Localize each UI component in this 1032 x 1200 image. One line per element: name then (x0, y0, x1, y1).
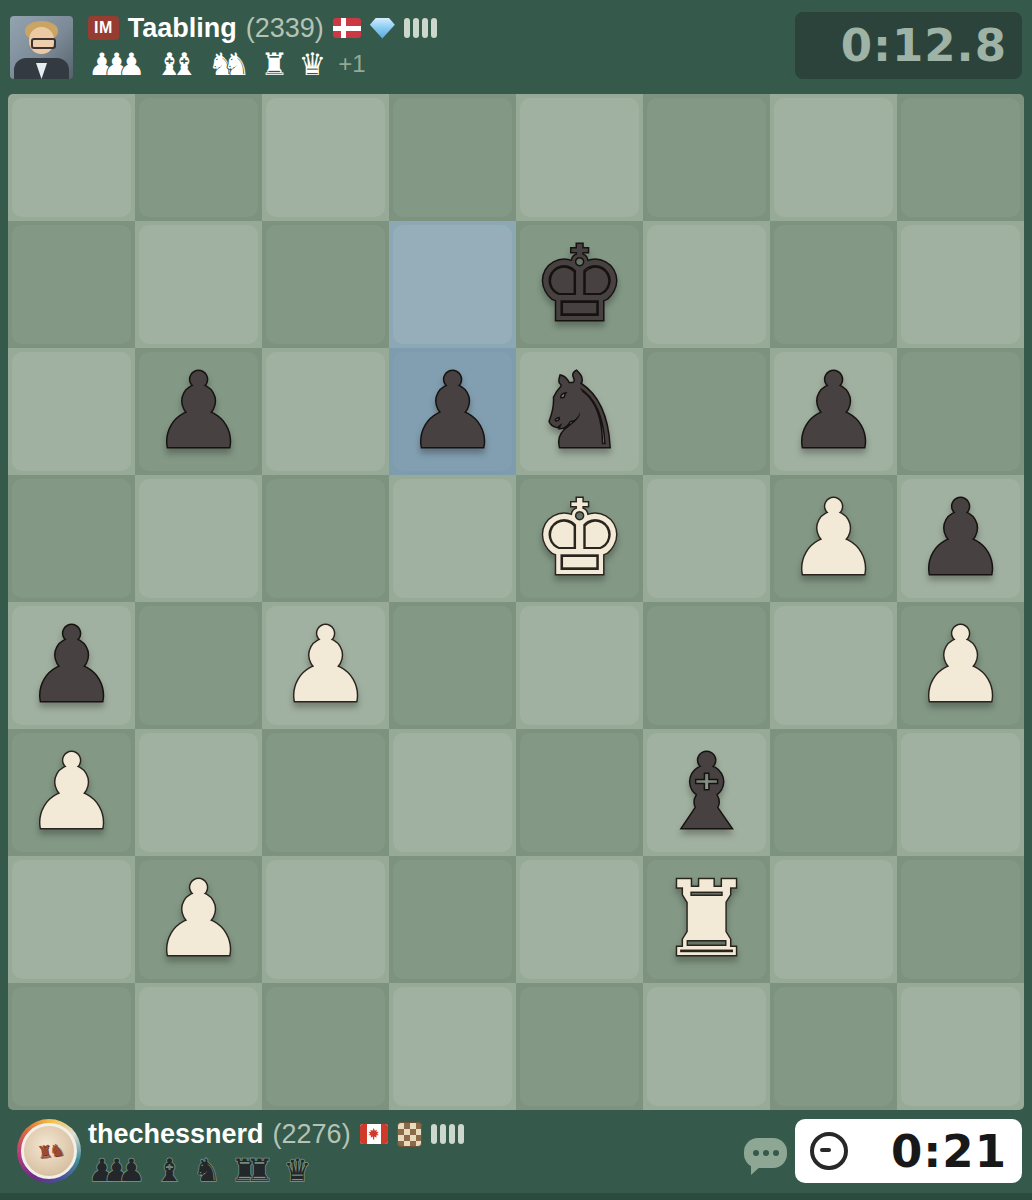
square-g1[interactable] (770, 983, 897, 1110)
captured-black-knight-icon: ♞ (193, 1153, 221, 1187)
square-b2[interactable]: ♟ (135, 856, 262, 983)
square-f3[interactable]: ♝ (643, 729, 770, 856)
captured-black-bishop-icon: ♝ (155, 1153, 183, 1187)
captured-rook-group: ♜♜ (231, 1153, 274, 1187)
square-f7[interactable] (643, 221, 770, 348)
player-clock: 0:21 (795, 1119, 1022, 1183)
captured-rook-group: ♜ (261, 47, 289, 81)
captured-queen-group: ♛ (298, 47, 326, 81)
connection-strength-icon (431, 1124, 464, 1144)
opponent-clock-time: 0:12.8 (841, 19, 1022, 72)
square-a8[interactable] (8, 94, 135, 221)
square-e4[interactable] (516, 602, 643, 729)
captured-white-knight-icon: ♞ (223, 47, 251, 81)
square-e7[interactable]: ♚ (516, 221, 643, 348)
black-knight-e6[interactable]: ♞ (516, 348, 643, 475)
square-a3[interactable]: ♟ (8, 729, 135, 856)
white-pawn-g5[interactable]: ♟ (770, 475, 897, 602)
square-g8[interactable] (770, 94, 897, 221)
square-f6[interactable] (643, 348, 770, 475)
square-c3[interactable] (262, 729, 389, 856)
square-b3[interactable] (135, 729, 262, 856)
captured-white-bishop-icon: ♝ (170, 47, 198, 81)
captured-black-pieces: ♟♟♟♝♞♜♜♛ (88, 1153, 464, 1187)
material-advantage-badge: +1 (338, 50, 365, 78)
square-e8[interactable] (516, 94, 643, 221)
square-a2[interactable] (8, 856, 135, 983)
square-d4[interactable] (389, 602, 516, 729)
square-g2[interactable] (770, 856, 897, 983)
square-d6[interactable]: ♟ (389, 348, 516, 475)
square-b8[interactable] (135, 94, 262, 221)
connection-strength-icon (404, 18, 437, 38)
captured-black-queen-icon: ♛ (284, 1153, 312, 1187)
black-pawn-a4[interactable]: ♟ (8, 602, 135, 729)
square-e5[interactable]: ♚ (516, 475, 643, 602)
square-h6[interactable] (897, 348, 1024, 475)
captured-pawn-group: ♟♟♟ (88, 1153, 145, 1187)
square-c5[interactable] (262, 475, 389, 602)
board-area: ♚♟♟♞♟♚♟♟♟♟♟♟♝♟♜ (0, 94, 1032, 1110)
square-b5[interactable] (135, 475, 262, 602)
square-a4[interactable]: ♟ (8, 602, 135, 729)
captured-bishop-group: ♝ (155, 1153, 183, 1187)
square-d7[interactable] (389, 221, 516, 348)
square-c8[interactable] (262, 94, 389, 221)
square-b7[interactable] (135, 221, 262, 348)
square-a6[interactable] (8, 348, 135, 475)
square-f2[interactable]: ♜ (643, 856, 770, 983)
square-a5[interactable] (8, 475, 135, 602)
captured-white-pawn-icon: ♟ (118, 47, 146, 81)
captured-queen-group: ♛ (284, 1153, 312, 1187)
square-h8[interactable] (897, 94, 1024, 221)
white-pawn-c4[interactable]: ♟ (262, 602, 389, 729)
square-h3[interactable] (897, 729, 1024, 856)
square-e3[interactable] (516, 729, 643, 856)
captured-white-pieces: ♟♟♟♝♝♞♞♜♛+1 (88, 47, 437, 81)
white-rook-f2[interactable]: ♜ (643, 856, 770, 983)
square-g6[interactable]: ♟ (770, 348, 897, 475)
captured-knight-group: ♞♞ (208, 47, 251, 81)
square-g3[interactable] (770, 729, 897, 856)
avatar-chess-art: ♜♞ (35, 1139, 62, 1162)
square-h5[interactable]: ♟ (897, 475, 1024, 602)
square-e2[interactable] (516, 856, 643, 983)
black-pawn-b6[interactable]: ♟ (135, 348, 262, 475)
square-b4[interactable] (135, 602, 262, 729)
square-h4[interactable]: ♟ (897, 602, 1024, 729)
denmark-flag-icon (333, 18, 361, 38)
square-b6[interactable]: ♟ (135, 348, 262, 475)
square-d2[interactable] (389, 856, 516, 983)
chat-bubble-icon[interactable] (744, 1138, 787, 1168)
square-c4[interactable]: ♟ (262, 602, 389, 729)
square-g5[interactable]: ♟ (770, 475, 897, 602)
captured-black-pawn-icon: ♟ (118, 1153, 146, 1187)
square-b1[interactable] (135, 983, 262, 1110)
black-pawn-g6[interactable]: ♟ (770, 348, 897, 475)
diamond-membership-icon (370, 18, 395, 39)
opponent-clock: 0:12.8 (795, 12, 1022, 79)
square-f5[interactable] (643, 475, 770, 602)
square-h7[interactable] (897, 221, 1024, 348)
square-d8[interactable] (389, 94, 516, 221)
square-d5[interactable] (389, 475, 516, 602)
black-king-e7[interactable]: ♚ (516, 221, 643, 348)
white-pawn-h4[interactable]: ♟ (897, 602, 1024, 729)
square-d3[interactable] (389, 729, 516, 856)
captured-white-rook-icon: ♜ (261, 47, 289, 81)
opponent-avatar[interactable] (10, 16, 73, 79)
opponent-rating: (2339) (246, 13, 324, 44)
captured-white-queen-icon: ♛ (298, 47, 326, 81)
square-e1[interactable] (516, 983, 643, 1110)
chess-game-screen: IM Taabling (2339) ♟♟♟♝♝♞♞♜♛+1 0:12.8 ♚♟… (0, 0, 1032, 1200)
square-e6[interactable]: ♞ (516, 348, 643, 475)
captured-black-rook-icon: ♜ (246, 1153, 274, 1187)
maple-leaf-icon (368, 1128, 380, 1140)
square-c1[interactable] (262, 983, 389, 1110)
square-f8[interactable] (643, 94, 770, 221)
square-c7[interactable] (262, 221, 389, 348)
captured-knight-group: ♞ (193, 1153, 221, 1187)
checkerboard-badge-icon (397, 1122, 422, 1147)
square-c6[interactable] (262, 348, 389, 475)
glasses-icon (31, 38, 56, 49)
canada-flag-icon (360, 1124, 388, 1144)
square-g4[interactable] (770, 602, 897, 729)
player-username[interactable]: thechessnerd (88, 1119, 264, 1150)
square-h1[interactable] (897, 983, 1024, 1110)
square-a1[interactable] (8, 983, 135, 1110)
white-pawn-b2[interactable]: ♟ (135, 856, 262, 983)
captured-pawn-group: ♟♟♟ (88, 47, 145, 81)
square-c2[interactable] (262, 856, 389, 983)
square-g7[interactable] (770, 221, 897, 348)
square-f4[interactable] (643, 602, 770, 729)
square-a7[interactable] (8, 221, 135, 348)
player-bar: ♜♞ thechessnerd (2276) ♟♟♟♝♞♜♜♛ 0:21 (0, 1110, 1032, 1200)
black-bishop-f3[interactable]: ♝ (643, 729, 770, 856)
white-king-e5[interactable]: ♚ (516, 475, 643, 602)
opponent-username[interactable]: Taabling (128, 13, 237, 44)
black-pawn-h5[interactable]: ♟ (897, 475, 1024, 602)
opponent-player-bar: IM Taabling (2339) ♟♟♟♝♝♞♞♜♛+1 0:12.8 (0, 0, 1032, 94)
chess-board[interactable]: ♚♟♟♞♟♚♟♟♟♟♟♟♝♟♜ (8, 94, 1024, 1110)
square-f1[interactable] (643, 983, 770, 1110)
captured-bishop-group: ♝♝ (155, 47, 198, 81)
player-rating: (2276) (273, 1119, 351, 1150)
minus-circle-icon (810, 1132, 848, 1170)
black-pawn-d6[interactable]: ♟ (389, 348, 516, 475)
player-avatar[interactable]: ♜♞ (17, 1119, 81, 1183)
im-title-badge: IM (88, 16, 119, 40)
square-h2[interactable] (897, 856, 1024, 983)
white-pawn-a3[interactable]: ♟ (8, 729, 135, 856)
player-clock-time: 0:21 (891, 1125, 1022, 1178)
square-d1[interactable] (389, 983, 516, 1110)
